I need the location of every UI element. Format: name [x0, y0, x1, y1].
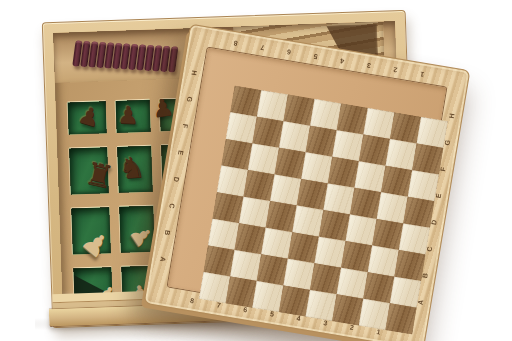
- coord-left-F: F: [181, 123, 189, 128]
- coord-top-4: 4: [339, 57, 344, 65]
- coord-top-8: 8: [233, 39, 238, 47]
- coord-left-B: B: [163, 229, 171, 235]
- square-B1: [390, 277, 421, 308]
- coord-top-5: 5: [313, 52, 318, 60]
- coord-left-A: A: [159, 256, 167, 262]
- dark-rook: ♜: [82, 157, 116, 193]
- dark-pawn: ♟: [117, 103, 139, 128]
- dark-pawn: ♟: [151, 95, 176, 122]
- board-inner-border: [168, 48, 447, 327]
- checkerboard-grid: [206, 86, 409, 289]
- checkers-stack: [73, 40, 179, 74]
- coord-top-7: 7: [259, 43, 264, 51]
- coord-left-C: C: [168, 202, 176, 208]
- dark-knight: ♞: [118, 153, 146, 184]
- coord-right-H: H: [447, 112, 455, 118]
- photo-scene: ♟♟♟♜♞♟♟♟♟ 8765432187654321HGFEDCBAHGFEDC…: [0, 0, 512, 341]
- coord-left-G: G: [186, 96, 194, 103]
- coord-top-2: 2: [393, 66, 398, 74]
- coord-bottom-8: 8: [190, 296, 195, 304]
- coord-left-E: E: [177, 149, 185, 155]
- coord-top-1: 1: [419, 70, 424, 78]
- square-A1: [385, 303, 416, 334]
- chess-board: 8765432187654321HGFEDCBAHGFEDCBA: [144, 24, 471, 341]
- coord-top-6: 6: [286, 48, 291, 56]
- coord-left-D: D: [172, 176, 180, 182]
- coord-left-H: H: [190, 69, 198, 75]
- coord-top-3: 3: [366, 61, 371, 69]
